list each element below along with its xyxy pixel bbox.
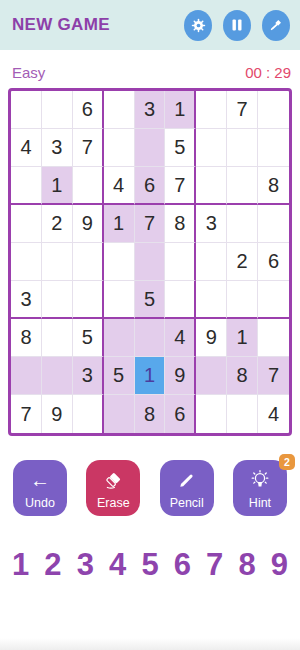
cell-r7c3[interactable]: 5 [73, 319, 104, 357]
pause-button[interactable] [223, 10, 251, 41]
bottom-fade [0, 638, 300, 650]
cell-r7c4[interactable] [104, 319, 135, 357]
cell-r8c4[interactable]: 5 [104, 357, 135, 395]
undo-label: Undo [25, 496, 55, 510]
cell-r1c2[interactable] [42, 91, 73, 129]
numpad-3[interactable]: 3 [77, 549, 94, 580]
cell-r2c6[interactable]: 5 [165, 129, 196, 167]
cell-r7c2[interactable] [42, 319, 73, 357]
cell-r5c6[interactable] [165, 243, 196, 281]
pause-icon [230, 18, 244, 32]
cell-r5c3[interactable] [73, 243, 104, 281]
cell-r1c5[interactable]: 3 [135, 91, 166, 129]
cell-r5c5[interactable] [135, 243, 166, 281]
cell-r8c3[interactable]: 3 [73, 357, 104, 395]
toolbar: ← Undo Erase Pencil 2 [0, 460, 300, 516]
cell-r5c1[interactable] [11, 243, 42, 281]
undo-button[interactable]: ← Undo [13, 460, 67, 516]
cell-r4c5[interactable]: 7 [135, 205, 166, 243]
cell-r3c6[interactable]: 7 [165, 167, 196, 205]
cell-r3c1[interactable] [11, 167, 42, 205]
cell-r6c4[interactable] [104, 281, 135, 319]
cell-r3c2[interactable]: 1 [42, 167, 73, 205]
cell-r4c1[interactable] [11, 205, 42, 243]
cell-r8c2[interactable] [42, 357, 73, 395]
numpad-1[interactable]: 1 [12, 549, 29, 580]
cell-r7c5[interactable] [135, 319, 166, 357]
cell-r9c9[interactable]: 4 [258, 395, 289, 433]
cell-r5c2[interactable] [42, 243, 73, 281]
cell-r4c9[interactable] [258, 205, 289, 243]
cell-r6c5[interactable]: 5 [135, 281, 166, 319]
cell-r1c4[interactable] [104, 91, 135, 129]
hint-label: Hint [249, 496, 271, 510]
cell-r3c5[interactable]: 6 [135, 167, 166, 205]
cell-r2c9[interactable] [258, 129, 289, 167]
cell-r8c5[interactable]: 1 [135, 357, 166, 395]
cell-r3c7[interactable] [196, 167, 227, 205]
status-row: Easy 00 : 29 [0, 50, 300, 88]
cell-r4c8[interactable] [227, 205, 258, 243]
cell-r5c7[interactable] [196, 243, 227, 281]
cell-r1c1[interactable] [11, 91, 42, 129]
page-title: NEW GAME [12, 15, 173, 35]
numpad-9[interactable]: 9 [271, 549, 288, 580]
timer: 00 : 29 [245, 64, 291, 81]
cell-r4c2[interactable]: 2 [42, 205, 73, 243]
cell-r9c1[interactable]: 7 [11, 395, 42, 433]
cell-r2c7[interactable] [196, 129, 227, 167]
cell-r8c1[interactable] [11, 357, 42, 395]
cell-r3c9[interactable]: 8 [258, 167, 289, 205]
cell-r8c8[interactable]: 8 [227, 357, 258, 395]
cell-r6c1[interactable]: 3 [11, 281, 42, 319]
pencil-button[interactable]: Pencil [160, 460, 214, 516]
cell-r4c6[interactable]: 8 [165, 205, 196, 243]
cell-r6c9[interactable] [258, 281, 289, 319]
cell-r6c7[interactable] [196, 281, 227, 319]
cell-r1c8[interactable]: 7 [227, 91, 258, 129]
cell-r6c3[interactable] [73, 281, 104, 319]
numpad-7[interactable]: 7 [206, 549, 223, 580]
cell-r9c8[interactable] [227, 395, 258, 433]
theme-button[interactable] [262, 10, 290, 41]
cell-r5c4[interactable] [104, 243, 135, 281]
cell-r3c3[interactable] [73, 167, 104, 205]
cell-r2c5[interactable] [135, 129, 166, 167]
gear-icon [190, 17, 207, 34]
cell-r3c4[interactable]: 4 [104, 167, 135, 205]
hint-button[interactable]: 2 Hint [233, 460, 287, 516]
cell-r1c7[interactable] [196, 91, 227, 129]
cell-r7c8[interactable]: 1 [227, 319, 258, 357]
paintbrush-icon [268, 17, 284, 33]
cell-r1c3[interactable]: 6 [73, 91, 104, 129]
lightbulb-icon [249, 468, 271, 492]
cell-r4c7[interactable]: 3 [196, 205, 227, 243]
cell-r9c5[interactable]: 8 [135, 395, 166, 433]
difficulty-label: Easy [12, 64, 45, 81]
cell-r9c3[interactable] [73, 395, 104, 433]
cell-r2c1[interactable]: 4 [11, 129, 42, 167]
numpad-4[interactable]: 4 [109, 549, 126, 580]
settings-button[interactable] [184, 10, 212, 41]
numpad-6[interactable]: 6 [174, 549, 191, 580]
numpad-8[interactable]: 8 [238, 549, 255, 580]
number-pad: 123456789 [0, 549, 300, 580]
erase-button[interactable]: Erase [86, 460, 140, 516]
cell-r2c4[interactable] [104, 129, 135, 167]
cell-r2c3[interactable]: 7 [73, 129, 104, 167]
pencil-label: Pencil [170, 496, 204, 510]
cell-r5c8[interactable]: 2 [227, 243, 258, 281]
cell-r1c6[interactable]: 1 [165, 91, 196, 129]
cell-r6c2[interactable] [42, 281, 73, 319]
cell-r8c7[interactable] [196, 357, 227, 395]
cell-r7c7[interactable]: 9 [196, 319, 227, 357]
erase-label: Erase [97, 496, 130, 510]
cell-r9c6[interactable]: 6 [165, 395, 196, 433]
cell-r8c6[interactable]: 9 [165, 357, 196, 395]
cell-r6c6[interactable] [165, 281, 196, 319]
cell-r7c9[interactable] [258, 319, 289, 357]
cell-r4c3[interactable]: 9 [73, 205, 104, 243]
cell-r2c8[interactable] [227, 129, 258, 167]
hint-count-badge: 2 [279, 454, 295, 470]
undo-arrow-icon: ← [30, 468, 50, 492]
cell-r3c8[interactable] [227, 167, 258, 205]
cell-r6c8[interactable] [227, 281, 258, 319]
cell-r9c4[interactable] [104, 395, 135, 433]
cell-r2c2[interactable]: 3 [42, 129, 73, 167]
sudoku-board: 631743751467829178326358549135198779864 [8, 88, 292, 436]
cell-r8c9[interactable]: 7 [258, 357, 289, 395]
numpad-5[interactable]: 5 [141, 549, 158, 580]
top-bar: NEW GAME [0, 0, 300, 50]
cell-r7c1[interactable]: 8 [11, 319, 42, 357]
cell-r5c9[interactable]: 6 [258, 243, 289, 281]
cell-r9c2[interactable]: 9 [42, 395, 73, 433]
eraser-icon [103, 468, 124, 492]
numpad-2[interactable]: 2 [44, 549, 61, 580]
cell-r7c6[interactable]: 4 [165, 319, 196, 357]
cell-r4c4[interactable]: 1 [104, 205, 135, 243]
cell-r9c7[interactable] [196, 395, 227, 433]
pencil-icon [177, 468, 196, 492]
cell-r1c9[interactable] [258, 91, 289, 129]
